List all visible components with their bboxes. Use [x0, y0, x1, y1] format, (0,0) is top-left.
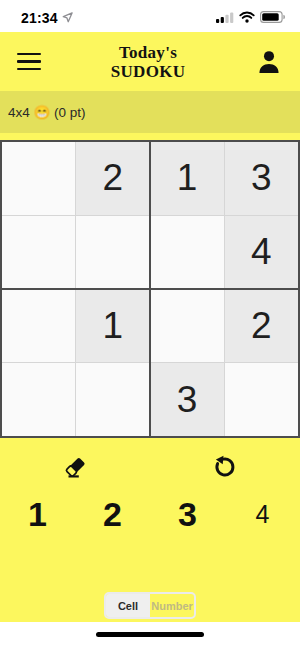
undo-icon	[212, 454, 238, 480]
undo-button[interactable]	[150, 454, 300, 480]
grid-cell-r2c3[interactable]	[151, 216, 224, 289]
segmented-wrap: Cell Number	[0, 592, 300, 619]
grid-cell-r4c1[interactable]	[2, 363, 75, 436]
page-title: Today's SUDOKU	[111, 43, 186, 81]
status-right	[216, 9, 286, 27]
grid-cell-r4c3[interactable]: 3	[151, 363, 224, 436]
home-indicator[interactable]	[96, 632, 204, 637]
eraser-icon	[62, 454, 88, 480]
grid-cell-r2c1[interactable]	[2, 216, 75, 289]
status-left: 21:34	[21, 9, 73, 27]
app-screen: 21:34	[0, 0, 300, 649]
number-button-1[interactable]: 1	[0, 492, 75, 536]
box-divider-horizontal	[2, 288, 298, 290]
battery-icon	[260, 9, 286, 27]
number-button-3[interactable]: 3	[150, 492, 225, 536]
status-bar: 21:34	[0, 0, 300, 32]
grid-cell-r2c2[interactable]	[76, 216, 149, 289]
bottom-strip	[0, 622, 300, 649]
app-header: Today's SUDOKU	[0, 32, 300, 91]
score-bar: 4x4 😁 (0 pt)	[0, 91, 300, 133]
controls-panel: 1234 Cell Number	[0, 438, 300, 622]
tools-row	[0, 454, 300, 480]
eraser-button[interactable]	[0, 454, 150, 480]
board-wrap: 2134123	[0, 140, 300, 438]
puzzle-info-text: 4x4 😁 (0 pt)	[8, 104, 86, 120]
number-pad: 1234	[0, 492, 300, 536]
grid-cell-r4c4[interactable]	[225, 363, 298, 436]
grid-cell-r1c1[interactable]	[2, 142, 75, 215]
grid-cell-r2c4[interactable]: 4	[225, 216, 298, 289]
toggle-number[interactable]: Number	[150, 594, 194, 617]
clock: 21:34	[21, 10, 58, 26]
toggle-cell[interactable]: Cell	[106, 594, 150, 617]
hamburger-icon	[17, 53, 41, 56]
location-arrow-icon	[62, 9, 73, 27]
grid-cell-r3c3[interactable]	[151, 290, 224, 363]
grid-cell-r3c4[interactable]: 2	[225, 290, 298, 363]
title-line-1: Today's	[111, 43, 186, 62]
grid-cell-r4c2[interactable]	[76, 363, 149, 436]
grid-cell-r3c2[interactable]: 1	[76, 290, 149, 363]
person-icon	[255, 48, 283, 76]
menu-button[interactable]	[17, 53, 41, 71]
grid-cell-r3c1[interactable]	[2, 290, 75, 363]
grid-cell-r1c4[interactable]: 3	[225, 142, 298, 215]
mode-toggle: Cell Number	[104, 592, 196, 619]
profile-button[interactable]	[255, 48, 283, 76]
title-line-2: SUDOKU	[111, 62, 186, 81]
grid-cell-r1c3[interactable]: 1	[151, 142, 224, 215]
board-gap	[0, 133, 300, 140]
number-button-4[interactable]: 4	[225, 492, 300, 536]
wifi-icon	[239, 9, 255, 27]
cellular-signal-icon	[216, 9, 234, 27]
number-button-2[interactable]: 2	[75, 492, 150, 536]
grid-cell-r1c2[interactable]: 2	[76, 142, 149, 215]
